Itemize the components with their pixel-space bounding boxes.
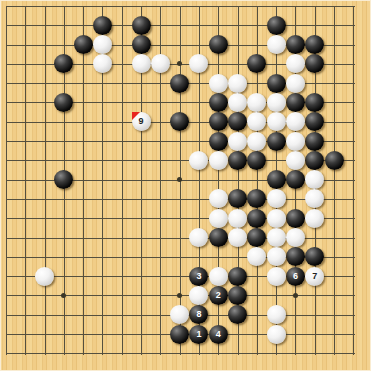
board-point[interactable]	[267, 170, 286, 189]
black-stone[interactable]	[228, 267, 247, 286]
board-point[interactable]	[305, 247, 324, 266]
board-point[interactable]	[209, 151, 228, 170]
black-stone[interactable]	[267, 16, 286, 35]
black-stone[interactable]	[247, 189, 266, 208]
board-point[interactable]	[305, 209, 324, 228]
white-stone[interactable]	[170, 305, 189, 324]
board-point[interactable]	[324, 151, 343, 170]
board-point[interactable]	[305, 170, 324, 189]
white-stone-move-7[interactable]: 7	[305, 267, 324, 286]
board-point[interactable]	[209, 93, 228, 112]
board-point[interactable]	[131, 35, 150, 54]
move-number: 7	[312, 272, 317, 281]
white-stone[interactable]	[93, 54, 112, 73]
white-stone[interactable]	[247, 93, 266, 112]
board-point[interactable]	[170, 305, 189, 324]
board-point[interactable]	[170, 74, 189, 93]
black-stone[interactable]	[286, 170, 305, 189]
board-point[interactable]	[247, 93, 266, 112]
black-stone[interactable]	[305, 247, 324, 266]
white-stone[interactable]	[189, 54, 208, 73]
black-stone[interactable]	[170, 74, 189, 93]
white-stone[interactable]	[267, 267, 286, 286]
black-stone[interactable]	[305, 132, 324, 151]
white-stone-move-9[interactable]: 9	[132, 112, 151, 131]
black-stone-move-2[interactable]: 2	[209, 286, 228, 305]
white-stone[interactable]	[267, 189, 286, 208]
board-point[interactable]	[286, 247, 305, 266]
black-stone[interactable]	[286, 93, 305, 112]
board-point[interactable]	[228, 286, 247, 305]
board-point[interactable]	[267, 247, 286, 266]
board-point[interactable]	[286, 170, 305, 189]
board-point[interactable]	[170, 112, 189, 131]
board-point[interactable]: 3	[189, 267, 208, 286]
board-point[interactable]	[286, 54, 305, 73]
black-stone[interactable]	[305, 35, 324, 54]
black-stone[interactable]	[247, 228, 266, 247]
board-point[interactable]	[131, 54, 150, 73]
board-point[interactable]	[267, 93, 286, 112]
board-point[interactable]	[305, 151, 324, 170]
board-point[interactable]	[209, 209, 228, 228]
white-stone[interactable]	[267, 325, 286, 344]
white-stone[interactable]	[267, 305, 286, 324]
black-stone-move-1[interactable]: 1	[189, 325, 208, 344]
move-number: 4	[216, 330, 221, 339]
white-stone[interactable]	[305, 189, 324, 208]
go-board[interactable]: 93672814	[0, 0, 371, 371]
black-stone[interactable]	[228, 305, 247, 324]
board-point[interactable]	[247, 112, 266, 131]
white-stone[interactable]	[267, 112, 286, 131]
white-stone[interactable]	[267, 93, 286, 112]
board-point[interactable]	[228, 228, 247, 247]
black-stone[interactable]	[209, 93, 228, 112]
black-stone[interactable]	[54, 170, 73, 189]
black-stone[interactable]	[286, 209, 305, 228]
board-point[interactable]	[228, 267, 247, 286]
black-stone-move-4[interactable]: 4	[209, 325, 228, 344]
white-stone[interactable]	[286, 54, 305, 73]
black-stone[interactable]	[228, 189, 247, 208]
move-number: 6	[293, 272, 298, 281]
board-point[interactable]	[305, 35, 324, 54]
white-stone[interactable]	[247, 112, 266, 131]
board-point[interactable]	[305, 131, 324, 150]
white-stone[interactable]	[93, 35, 112, 54]
black-stone[interactable]	[267, 74, 286, 93]
current-move-triangle-icon	[132, 112, 140, 120]
board-point[interactable]	[267, 189, 286, 208]
white-stone[interactable]	[286, 74, 305, 93]
white-stone[interactable]	[209, 209, 228, 228]
board-point[interactable]	[267, 35, 286, 54]
board-point[interactable]	[189, 54, 208, 73]
white-stone[interactable]	[247, 247, 266, 266]
move-number: 1	[196, 330, 201, 339]
black-stone[interactable]	[325, 151, 344, 170]
black-stone[interactable]	[170, 112, 189, 131]
board-point[interactable]	[228, 151, 247, 170]
board-point[interactable]	[189, 286, 208, 305]
black-stone[interactable]	[132, 35, 151, 54]
board-point[interactable]	[93, 16, 112, 35]
board-point[interactable]	[93, 35, 112, 54]
board-point[interactable]	[286, 131, 305, 150]
board-point[interactable]: 2	[209, 286, 228, 305]
board-point[interactable]	[267, 209, 286, 228]
board-point[interactable]	[228, 93, 247, 112]
board-point[interactable]	[286, 74, 305, 93]
board-point[interactable]	[267, 112, 286, 131]
white-stone[interactable]	[228, 132, 247, 151]
board-point[interactable]	[151, 54, 170, 73]
black-stone[interactable]	[228, 286, 247, 305]
board-point[interactable]	[286, 93, 305, 112]
black-stone[interactable]	[170, 325, 189, 344]
board-point[interactable]	[209, 112, 228, 131]
board-point[interactable]	[267, 74, 286, 93]
white-stone[interactable]	[267, 247, 286, 266]
white-stone[interactable]	[247, 132, 266, 151]
board-point[interactable]	[54, 54, 73, 73]
board-point[interactable]	[189, 228, 208, 247]
board-point[interactable]	[209, 131, 228, 150]
board-point[interactable]: 7	[305, 267, 324, 286]
black-stone-move-8[interactable]: 8	[189, 305, 208, 324]
black-stone[interactable]	[305, 93, 324, 112]
white-stone[interactable]	[267, 35, 286, 54]
board-point[interactable]	[286, 209, 305, 228]
board-point[interactable]	[286, 228, 305, 247]
black-stone[interactable]	[305, 112, 324, 131]
board-point[interactable]	[228, 131, 247, 150]
board-point[interactable]	[305, 112, 324, 131]
board-point[interactable]	[247, 151, 266, 170]
black-stone[interactable]	[228, 151, 247, 170]
black-stone[interactable]	[209, 228, 228, 247]
white-stone[interactable]	[228, 209, 247, 228]
board-point[interactable]	[209, 228, 228, 247]
board-point[interactable]: 9	[131, 112, 150, 131]
white-stone[interactable]	[132, 54, 151, 73]
board-point[interactable]	[247, 54, 266, 73]
white-stone[interactable]	[35, 267, 54, 286]
black-stone[interactable]	[267, 170, 286, 189]
move-number: 8	[196, 310, 201, 319]
board-point[interactable]	[209, 267, 228, 286]
board-point[interactable]	[286, 151, 305, 170]
white-stone[interactable]	[267, 209, 286, 228]
board-point[interactable]	[305, 54, 324, 73]
white-stone[interactable]	[209, 267, 228, 286]
black-stone[interactable]	[54, 54, 73, 73]
white-stone[interactable]	[189, 286, 208, 305]
black-stone[interactable]	[247, 151, 266, 170]
move-number: 2	[216, 291, 221, 300]
board-point[interactable]: 6	[286, 267, 305, 286]
black-stone[interactable]	[209, 35, 228, 54]
board-point[interactable]	[247, 247, 266, 266]
board-point[interactable]	[267, 324, 286, 343]
black-stone[interactable]	[247, 209, 266, 228]
black-stone[interactable]	[54, 93, 73, 112]
white-stone[interactable]	[228, 93, 247, 112]
board-point[interactable]	[286, 112, 305, 131]
board-point[interactable]: 8	[189, 305, 208, 324]
white-stone[interactable]	[286, 151, 305, 170]
black-stone-move-6[interactable]: 6	[286, 267, 305, 286]
board-point[interactable]	[286, 35, 305, 54]
black-stone[interactable]	[228, 112, 247, 131]
board-point[interactable]	[305, 189, 324, 208]
black-stone[interactable]	[305, 151, 324, 170]
white-stone[interactable]	[267, 228, 286, 247]
board-point[interactable]	[209, 74, 228, 93]
board-point[interactable]	[35, 267, 54, 286]
black-stone[interactable]	[209, 132, 228, 151]
board-point[interactable]	[228, 305, 247, 324]
white-stone[interactable]	[151, 54, 170, 73]
board-point[interactable]	[267, 305, 286, 324]
black-stone[interactable]	[93, 16, 112, 35]
black-stone[interactable]	[305, 54, 324, 73]
black-stone[interactable]	[209, 112, 228, 131]
black-stone[interactable]	[74, 35, 93, 54]
board-point[interactable]	[54, 93, 73, 112]
board-point[interactable]	[189, 151, 208, 170]
black-stone-move-3[interactable]: 3	[189, 267, 208, 286]
board-point[interactable]: 4	[209, 324, 228, 343]
stone-grid: 93672814	[0, 0, 363, 363]
white-stone[interactable]	[305, 209, 324, 228]
board-point[interactable]	[267, 228, 286, 247]
board-point[interactable]	[74, 35, 93, 54]
white-stone[interactable]	[209, 74, 228, 93]
board-point[interactable]	[228, 112, 247, 131]
white-stone[interactable]	[189, 228, 208, 247]
white-stone[interactable]	[189, 151, 208, 170]
board-point[interactable]	[131, 16, 150, 35]
white-stone[interactable]	[286, 112, 305, 131]
white-stone[interactable]	[228, 228, 247, 247]
white-stone[interactable]	[209, 151, 228, 170]
black-stone[interactable]	[267, 132, 286, 151]
board-point[interactable]	[209, 35, 228, 54]
white-stone[interactable]	[286, 132, 305, 151]
black-stone[interactable]	[247, 54, 266, 73]
move-number: 3	[196, 272, 201, 281]
white-stone[interactable]	[305, 170, 324, 189]
board-point[interactable]	[267, 267, 286, 286]
board-point[interactable]	[247, 131, 266, 150]
board-point[interactable]	[228, 189, 247, 208]
board-point[interactable]	[267, 131, 286, 150]
board-point[interactable]	[228, 74, 247, 93]
board-point[interactable]	[209, 189, 228, 208]
board-point[interactable]	[305, 93, 324, 112]
white-stone[interactable]	[228, 74, 247, 93]
board-point[interactable]	[170, 324, 189, 343]
board-point[interactable]	[228, 209, 247, 228]
board-point[interactable]	[267, 16, 286, 35]
board-point[interactable]: 1	[189, 324, 208, 343]
black-stone[interactable]	[286, 247, 305, 266]
black-stone[interactable]	[286, 35, 305, 54]
board-point[interactable]	[247, 209, 266, 228]
white-stone[interactable]	[286, 228, 305, 247]
board-point[interactable]	[247, 189, 266, 208]
black-stone[interactable]	[132, 16, 151, 35]
board-point[interactable]	[54, 170, 73, 189]
board-point[interactable]	[247, 228, 266, 247]
board-point[interactable]	[93, 54, 112, 73]
white-stone[interactable]	[209, 189, 228, 208]
